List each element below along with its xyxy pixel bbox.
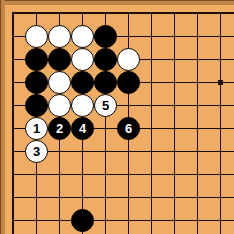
board-intersection [71,48,94,71]
white-stone [25,25,48,48]
white-stone: 3 [25,140,48,163]
black-stone [71,209,94,232]
white-stone [71,25,94,48]
board-intersection: 1 [25,117,48,140]
board-intersection [117,71,140,94]
white-stone [71,48,94,71]
black-stone: 4 [71,117,94,140]
black-stone [25,94,48,117]
black-stone [25,48,48,71]
white-stone: 1 [25,117,48,140]
board-intersection [25,25,48,48]
go-board: 512463 [0,0,234,234]
black-stone [94,71,117,94]
white-stone [48,71,71,94]
white-stone: 5 [94,94,117,117]
black-stone [94,25,117,48]
board-intersection [94,71,117,94]
board-intersection [48,94,71,117]
black-stone [71,71,94,94]
black-stone: 6 [117,117,140,140]
go-diagram-screenshot: 512463 [0,0,234,234]
black-stone [25,71,48,94]
board-intersection [71,94,94,117]
white-stone [71,94,94,117]
board-intersection: 3 [25,140,48,163]
black-stone [48,48,71,71]
board-intersection [25,94,48,117]
board-intersection: 2 [48,117,71,140]
board-intersection: 5 [94,94,117,117]
board-intersection: 4 [71,117,94,140]
board-intersection [25,48,48,71]
board-intersection [48,71,71,94]
board-intersection [71,209,94,232]
white-stone [48,25,71,48]
board-intersection [48,48,71,71]
board-intersection: 6 [117,117,140,140]
black-stone: 2 [48,117,71,140]
board-intersection [48,25,71,48]
move-number: 2 [56,122,63,135]
board-intersection [94,25,117,48]
black-stone [94,48,117,71]
stones-grid: 512463 [2,2,232,232]
move-number: 1 [33,122,40,135]
board-intersection [71,71,94,94]
white-stone [117,48,140,71]
board-intersection [71,25,94,48]
board-intersection [117,48,140,71]
move-number: 6 [125,122,132,135]
move-number: 3 [33,145,40,158]
black-stone [117,71,140,94]
move-number: 4 [79,122,86,135]
move-number: 5 [102,99,109,112]
white-stone [48,94,71,117]
board-intersection [94,48,117,71]
board-intersection [25,71,48,94]
